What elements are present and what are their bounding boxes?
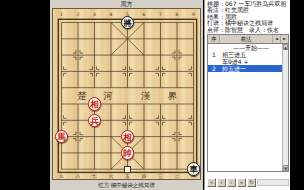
file-coord-bottom: 五: [123, 174, 133, 180]
move-row-current[interactable]: 2帅五进一: [208, 65, 282, 72]
file-coord-bottom: 六: [106, 174, 116, 180]
river-label-right: 漢 界: [141, 88, 184, 103]
move-list-header: 序 着法 ◄ ►: [208, 35, 288, 44]
screen: 黑方 楚 河 漢 界 123456789九八七六五四三二一將相兵馬相帥車 红方 …: [0, 0, 304, 190]
file-coord-bottom: 八: [73, 174, 83, 180]
info-line: 点评：陈智慧 录入：佚名: [207, 27, 289, 33]
header-prev-button[interactable]: ◄: [272, 35, 280, 43]
toolbar-track: [257, 179, 289, 186]
file-coord-top: 3: [90, 12, 100, 18]
file-coord-top: 1: [57, 12, 67, 18]
last-move-origin-marker: [124, 166, 131, 173]
move-row[interactable]: 1相三进五: [208, 51, 282, 58]
file-coord-top: 6: [139, 12, 149, 18]
move-list-scrollbar[interactable]: ▲ ▼: [282, 44, 288, 171]
scroll-down-icon[interactable]: ▼: [283, 165, 288, 171]
next-button[interactable]: ›: [227, 178, 236, 187]
move-number: 2: [208, 65, 220, 72]
file-coord-bottom: 九: [57, 174, 67, 180]
move-notation: 相三进五: [220, 51, 282, 58]
red-piece-帥[interactable]: 帥: [121, 146, 135, 160]
move-number: 1: [208, 51, 220, 58]
move-number: [208, 44, 220, 51]
playback-toolbar: «‹›»↻: [207, 177, 289, 187]
board-pane: 黑方 楚 河 漢 界 123456789九八七六五四三二一將相兵馬相帥車 红方 …: [50, 0, 203, 190]
move-row[interactable]: 车9进4 +: [208, 58, 282, 65]
file-coord-top: 4: [106, 12, 116, 18]
header-move-notation: 着法: [220, 35, 272, 43]
black-side-label: 黑方: [50, 0, 203, 8]
scroll-up-icon[interactable]: ▲: [283, 44, 288, 50]
file-coord-top: 2: [73, 12, 83, 18]
xiangqi-board[interactable]: 楚 河 漢 界 123456789九八七六五四三二一將相兵馬相帥車: [52, 8, 201, 180]
file-coord-top: 7: [156, 12, 166, 18]
move-notation: 帅五进一: [220, 65, 282, 72]
file-coord-bottom: 四: [139, 174, 149, 180]
header-move-number: 序: [208, 35, 220, 43]
move-number: [208, 58, 220, 65]
file-coord-bottom: 三: [156, 174, 166, 180]
move-row[interactable]: ——开始——: [208, 44, 282, 51]
red-piece-相[interactable]: 相: [88, 97, 102, 111]
info-panel: 棋题：067 一车巧胜马兵双相着法：红先黑胜结果：黑胜打谱：橘中秘诀之残局谱点评…: [204, 0, 290, 190]
file-coord-bottom: 七: [90, 174, 100, 180]
game-info-block: 棋题：067 一车巧胜马兵双相着法：红先黑胜结果：黑胜打谱：橘中秘诀之残局谱点评…: [207, 1, 289, 33]
prev-button[interactable]: ‹: [217, 178, 226, 187]
black-piece-車[interactable]: 車: [187, 162, 201, 176]
file-coord-bottom: 二: [172, 174, 182, 180]
file-coord-top: 8: [172, 12, 182, 18]
first-button[interactable]: «: [207, 178, 216, 187]
last-button[interactable]: »: [237, 178, 246, 187]
move-notation: ——开始——: [220, 44, 282, 51]
red-side-caption: 红方 橘中秘诀之残局谱: [50, 180, 203, 190]
move-notation: 车9进4 +: [220, 58, 282, 65]
replay-button[interactable]: ↻: [247, 178, 256, 187]
file-coord-top: 9: [189, 12, 199, 18]
move-list: 序 着法 ◄ ► ——开始——1相三进五车9进4 +2帅五进一 ▲ ▼: [207, 34, 289, 172]
header-next-button[interactable]: ►: [280, 35, 288, 43]
